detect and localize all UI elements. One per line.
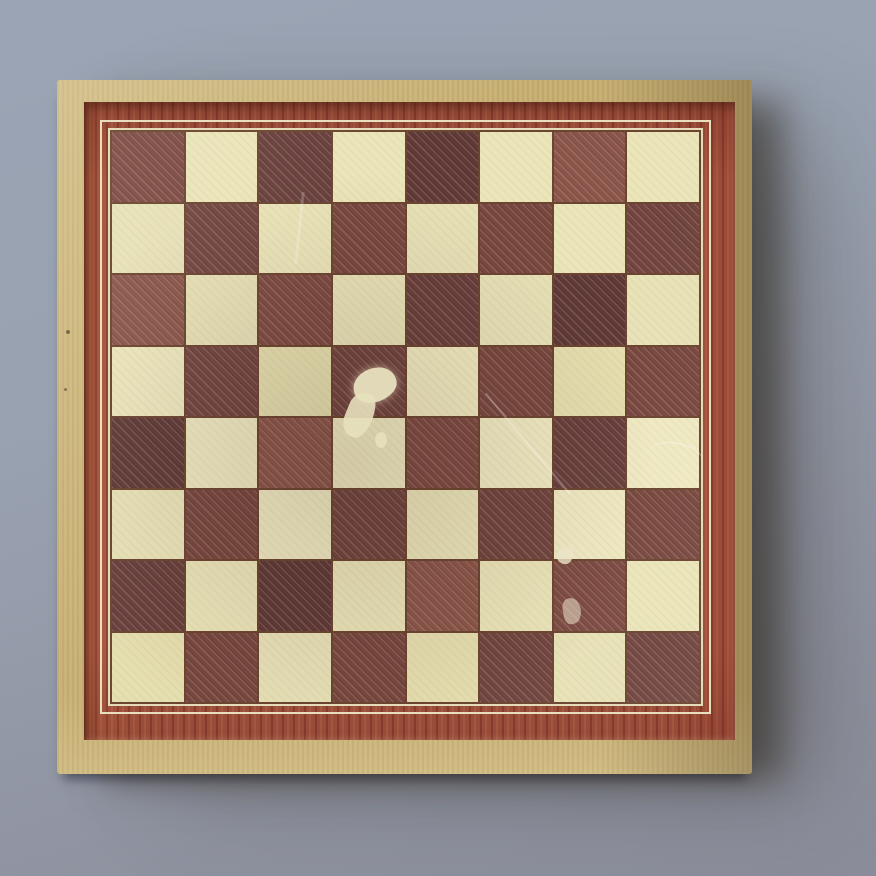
square-a7[interactable] <box>112 204 184 274</box>
square-f7[interactable] <box>480 204 552 274</box>
square-c8[interactable] <box>259 132 331 202</box>
square-c6[interactable] <box>259 275 331 345</box>
square-c4[interactable] <box>259 418 331 488</box>
square-h1[interactable] <box>627 633 699 703</box>
square-d3[interactable] <box>333 490 405 560</box>
square-a4[interactable] <box>112 418 184 488</box>
square-b5[interactable] <box>186 347 258 417</box>
square-b7[interactable] <box>186 204 258 274</box>
square-e1[interactable] <box>407 633 479 703</box>
square-e7[interactable] <box>407 204 479 274</box>
square-g5[interactable] <box>554 347 626 417</box>
square-h2[interactable] <box>627 561 699 631</box>
square-h7[interactable] <box>627 204 699 274</box>
square-e3[interactable] <box>407 490 479 560</box>
frame-speck-2 <box>64 388 67 391</box>
square-f5[interactable] <box>480 347 552 417</box>
square-e8[interactable] <box>407 132 479 202</box>
square-g6[interactable] <box>554 275 626 345</box>
square-b6[interactable] <box>186 275 258 345</box>
square-h3[interactable] <box>627 490 699 560</box>
pinstripe-inlay-inner <box>108 128 703 706</box>
square-d6[interactable] <box>333 275 405 345</box>
pinstripe-inlay-outer <box>100 120 711 714</box>
square-a6[interactable] <box>112 275 184 345</box>
square-g1[interactable] <box>554 633 626 703</box>
square-e6[interactable] <box>407 275 479 345</box>
square-h6[interactable] <box>627 275 699 345</box>
square-b1[interactable] <box>186 633 258 703</box>
square-g7[interactable] <box>554 204 626 274</box>
square-b2[interactable] <box>186 561 258 631</box>
square-d4[interactable] <box>333 418 405 488</box>
square-f4[interactable] <box>480 418 552 488</box>
square-g4[interactable] <box>554 418 626 488</box>
square-f6[interactable] <box>480 275 552 345</box>
square-b3[interactable] <box>186 490 258 560</box>
square-b4[interactable] <box>186 418 258 488</box>
board-grid <box>110 130 701 704</box>
square-f8[interactable] <box>480 132 552 202</box>
square-f3[interactable] <box>480 490 552 560</box>
frame-speck-1 <box>66 330 70 334</box>
square-d2[interactable] <box>333 561 405 631</box>
square-h8[interactable] <box>627 132 699 202</box>
square-f2[interactable] <box>480 561 552 631</box>
square-d5[interactable] <box>333 347 405 417</box>
square-d8[interactable] <box>333 132 405 202</box>
square-a2[interactable] <box>112 561 184 631</box>
square-a1[interactable] <box>112 633 184 703</box>
square-c7[interactable] <box>259 204 331 274</box>
square-d7[interactable] <box>333 204 405 274</box>
square-g2[interactable] <box>554 561 626 631</box>
square-c1[interactable] <box>259 633 331 703</box>
square-c3[interactable] <box>259 490 331 560</box>
chessboard <box>57 80 752 774</box>
square-c5[interactable] <box>259 347 331 417</box>
square-h5[interactable] <box>627 347 699 417</box>
square-a8[interactable] <box>112 132 184 202</box>
square-b8[interactable] <box>186 132 258 202</box>
veneer-border <box>84 102 735 740</box>
square-e2[interactable] <box>407 561 479 631</box>
photo-background <box>0 0 876 876</box>
square-e5[interactable] <box>407 347 479 417</box>
square-a3[interactable] <box>112 490 184 560</box>
square-f1[interactable] <box>480 633 552 703</box>
square-g8[interactable] <box>554 132 626 202</box>
square-d1[interactable] <box>333 633 405 703</box>
square-g3[interactable] <box>554 490 626 560</box>
square-c2[interactable] <box>259 561 331 631</box>
square-e4[interactable] <box>407 418 479 488</box>
square-h4[interactable] <box>627 418 699 488</box>
square-a5[interactable] <box>112 347 184 417</box>
